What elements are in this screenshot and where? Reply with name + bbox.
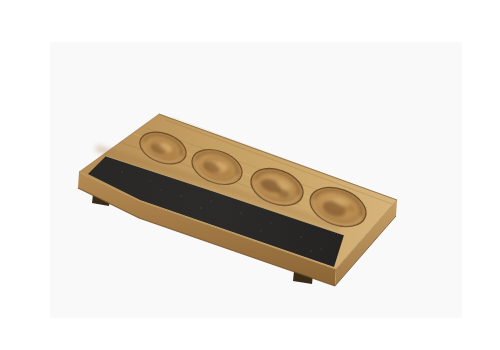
tray-illustration xyxy=(0,0,500,350)
product-photo xyxy=(0,0,500,350)
